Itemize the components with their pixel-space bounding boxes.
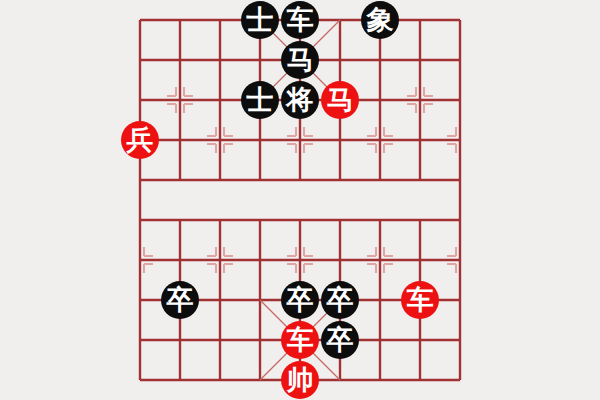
xiangqi-screen: 士车象马士将马兵卒卒卒车车卒帅 xyxy=(0,0,600,400)
piece-black-advisor[interactable]: 士 xyxy=(241,1,279,39)
pieces-layer: 士车象马士将马兵卒卒卒车车卒帅 xyxy=(120,0,480,400)
piece-black-soldier[interactable]: 卒 xyxy=(281,281,319,319)
xiangqi-board: 士车象马士将马兵卒卒卒车车卒帅 xyxy=(0,0,600,400)
piece-black-general[interactable]: 将 xyxy=(281,81,319,119)
piece-black-soldier[interactable]: 卒 xyxy=(321,281,359,319)
piece-black-chariot[interactable]: 车 xyxy=(281,1,319,39)
piece-red-general[interactable]: 帅 xyxy=(281,361,319,399)
piece-black-elephant[interactable]: 象 xyxy=(361,1,399,39)
piece-black-horse[interactable]: 马 xyxy=(281,41,319,79)
piece-black-advisor[interactable]: 士 xyxy=(241,81,279,119)
piece-red-soldier[interactable]: 兵 xyxy=(121,121,159,159)
piece-red-chariot[interactable]: 车 xyxy=(281,321,319,359)
piece-black-soldier[interactable]: 卒 xyxy=(161,281,199,319)
piece-black-soldier[interactable]: 卒 xyxy=(321,321,359,359)
piece-red-chariot[interactable]: 车 xyxy=(401,281,439,319)
piece-red-horse[interactable]: 马 xyxy=(321,81,359,119)
